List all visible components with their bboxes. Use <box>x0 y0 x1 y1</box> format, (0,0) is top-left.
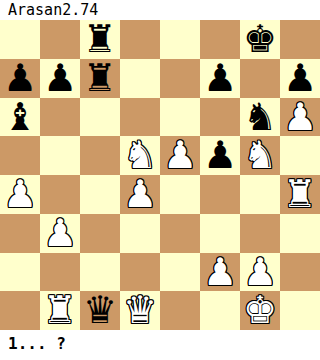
square-b8[interactable] <box>40 20 80 59</box>
square-e1[interactable] <box>160 291 200 330</box>
piece-black-bishop: ♝ <box>3 98 37 137</box>
piece-white-knight: ♞ <box>243 136 277 175</box>
square-c2[interactable] <box>80 253 120 292</box>
square-g2[interactable]: ♟ <box>240 253 280 292</box>
square-e3[interactable] <box>160 214 200 253</box>
square-c4[interactable] <box>80 175 120 214</box>
piece-white-pawn: ♟ <box>123 175 157 214</box>
piece-white-king: ♚ <box>243 291 277 330</box>
square-d8[interactable] <box>120 20 160 59</box>
window-title: Arasan2.74 <box>0 0 320 20</box>
piece-black-rook: ♜ <box>83 20 117 59</box>
square-e4[interactable] <box>160 175 200 214</box>
square-h6[interactable]: ♟ <box>280 98 320 137</box>
square-f8[interactable] <box>200 20 240 59</box>
square-d5[interactable]: ♞ <box>120 136 160 175</box>
square-c8[interactable]: ♜ <box>80 20 120 59</box>
piece-black-pawn: ♟ <box>203 136 237 175</box>
piece-white-rook: ♜ <box>43 291 77 330</box>
square-a8[interactable] <box>0 20 40 59</box>
square-c6[interactable] <box>80 98 120 137</box>
square-g4[interactable] <box>240 175 280 214</box>
piece-white-rook: ♜ <box>283 175 317 214</box>
square-a7[interactable]: ♟ <box>0 59 40 98</box>
square-c7[interactable]: ♜ <box>80 59 120 98</box>
square-e8[interactable] <box>160 20 200 59</box>
square-b5[interactable] <box>40 136 80 175</box>
square-h5[interactable] <box>280 136 320 175</box>
piece-white-pawn: ♟ <box>43 214 77 253</box>
piece-white-pawn: ♟ <box>203 253 237 292</box>
square-g3[interactable] <box>240 214 280 253</box>
piece-white-pawn: ♟ <box>283 98 317 137</box>
square-h4[interactable]: ♜ <box>280 175 320 214</box>
piece-white-pawn: ♟ <box>3 175 37 214</box>
square-a4[interactable]: ♟ <box>0 175 40 214</box>
piece-white-knight: ♞ <box>123 136 157 175</box>
square-e5[interactable]: ♟ <box>160 136 200 175</box>
square-c1[interactable]: ♛ <box>80 291 120 330</box>
piece-black-pawn: ♟ <box>3 59 37 98</box>
piece-white-queen: ♛ <box>123 291 157 330</box>
square-g5[interactable]: ♞ <box>240 136 280 175</box>
square-e6[interactable] <box>160 98 200 137</box>
square-a1[interactable] <box>0 291 40 330</box>
square-a2[interactable] <box>0 253 40 292</box>
square-h8[interactable] <box>280 20 320 59</box>
square-g6[interactable]: ♞ <box>240 98 280 137</box>
piece-black-knight: ♞ <box>243 98 277 137</box>
chess-app-window: Arasan2.74 ♜♚♟♟♜♟♟♝♞♟♞♟♟♞♟♟♜♟♟♟♜♛♛♚ 1...… <box>0 0 320 360</box>
square-a5[interactable] <box>0 136 40 175</box>
square-f5[interactable]: ♟ <box>200 136 240 175</box>
square-d4[interactable]: ♟ <box>120 175 160 214</box>
square-h2[interactable] <box>280 253 320 292</box>
piece-black-rook: ♜ <box>83 59 117 98</box>
square-d3[interactable] <box>120 214 160 253</box>
square-b2[interactable] <box>40 253 80 292</box>
piece-black-pawn: ♟ <box>43 59 77 98</box>
square-h3[interactable] <box>280 214 320 253</box>
square-b3[interactable]: ♟ <box>40 214 80 253</box>
piece-white-pawn: ♟ <box>243 253 277 292</box>
square-h1[interactable] <box>280 291 320 330</box>
square-d7[interactable] <box>120 59 160 98</box>
square-a6[interactable]: ♝ <box>0 98 40 137</box>
square-f1[interactable] <box>200 291 240 330</box>
square-d6[interactable] <box>120 98 160 137</box>
square-d2[interactable] <box>120 253 160 292</box>
square-e7[interactable] <box>160 59 200 98</box>
piece-black-queen: ♛ <box>83 291 117 330</box>
piece-black-pawn: ♟ <box>203 59 237 98</box>
square-c3[interactable] <box>80 214 120 253</box>
square-g8[interactable]: ♚ <box>240 20 280 59</box>
square-f4[interactable] <box>200 175 240 214</box>
square-d1[interactable]: ♛ <box>120 291 160 330</box>
square-b7[interactable]: ♟ <box>40 59 80 98</box>
piece-black-king: ♚ <box>243 20 277 59</box>
move-prompt: 1... ? <box>0 330 320 360</box>
square-f7[interactable]: ♟ <box>200 59 240 98</box>
square-f2[interactable]: ♟ <box>200 253 240 292</box>
square-f3[interactable] <box>200 214 240 253</box>
square-h7[interactable]: ♟ <box>280 59 320 98</box>
square-g7[interactable] <box>240 59 280 98</box>
square-e2[interactable] <box>160 253 200 292</box>
square-b1[interactable]: ♜ <box>40 291 80 330</box>
square-c5[interactable] <box>80 136 120 175</box>
square-b4[interactable] <box>40 175 80 214</box>
piece-white-pawn: ♟ <box>163 136 197 175</box>
square-b6[interactable] <box>40 98 80 137</box>
chess-board: ♜♚♟♟♜♟♟♝♞♟♞♟♟♞♟♟♜♟♟♟♜♛♛♚ <box>0 20 320 330</box>
piece-black-pawn: ♟ <box>283 59 317 98</box>
square-g1[interactable]: ♚ <box>240 291 280 330</box>
square-f6[interactable] <box>200 98 240 137</box>
square-a3[interactable] <box>0 214 40 253</box>
